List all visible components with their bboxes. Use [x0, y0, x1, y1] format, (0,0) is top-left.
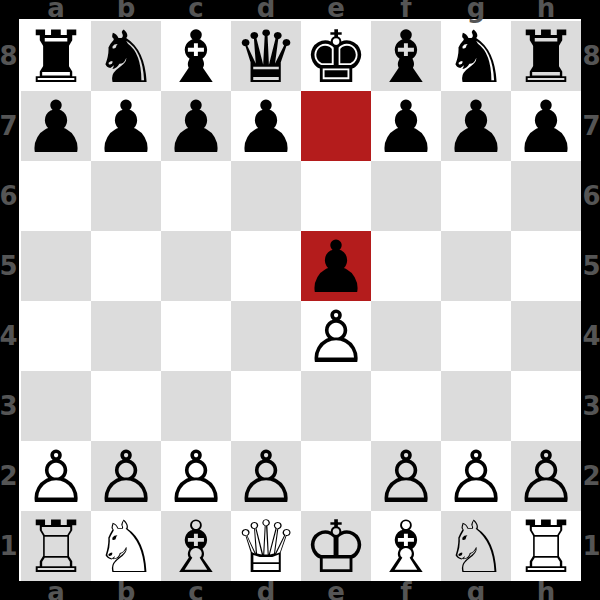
square-e5[interactable]: ♟ [301, 231, 371, 301]
square-a1[interactable]: ♖ [21, 511, 91, 581]
square-g1[interactable]: ♘ [441, 511, 511, 581]
square-c3[interactable] [161, 371, 231, 441]
square-a2[interactable]: ♙ [21, 441, 91, 511]
square-c2[interactable]: ♙ [161, 441, 231, 511]
square-c5[interactable] [161, 231, 231, 301]
square-f6[interactable] [371, 161, 441, 231]
white-pawn-a2[interactable]: ♙ [24, 442, 89, 511]
square-f7[interactable]: ♟ [371, 91, 441, 161]
square-h5[interactable] [511, 231, 581, 301]
square-a4[interactable] [21, 301, 91, 371]
square-e6[interactable] [301, 161, 371, 231]
square-h6[interactable] [511, 161, 581, 231]
square-a3[interactable] [21, 371, 91, 441]
rank-label-7-right: 7 [581, 91, 600, 161]
square-d7[interactable]: ♟ [231, 91, 301, 161]
square-a6[interactable] [21, 161, 91, 231]
square-h7[interactable]: ♟ [511, 91, 581, 161]
square-a5[interactable] [21, 231, 91, 301]
file-label-f-bottom: f [371, 579, 441, 600]
black-bishop-c8[interactable]: ♝ [164, 22, 229, 91]
square-c4[interactable] [161, 301, 231, 371]
square-b8[interactable]: ♞ [91, 21, 161, 91]
square-e8[interactable]: ♚ [301, 21, 371, 91]
square-c8[interactable]: ♝ [161, 21, 231, 91]
white-pawn-e4[interactable]: ♙ [304, 302, 369, 371]
square-e4[interactable]: ♙ [301, 301, 371, 371]
square-d5[interactable] [231, 231, 301, 301]
square-g7[interactable]: ♟ [441, 91, 511, 161]
rank-label-1-left: 1 [0, 511, 19, 581]
square-b3[interactable] [91, 371, 161, 441]
file-label-d-bottom: d [231, 579, 301, 600]
file-label-b-top: b [91, 0, 161, 21]
black-pawn-h7[interactable]: ♟ [514, 92, 579, 161]
black-rook-h8[interactable]: ♜ [514, 22, 579, 91]
black-knight-g8[interactable]: ♞ [444, 22, 509, 91]
file-label-c-bottom: c [161, 579, 231, 600]
rank-label-8-left: 8 [0, 21, 19, 91]
file-label-g-top: g [441, 0, 511, 21]
rank-label-3-left: 3 [0, 371, 19, 441]
square-b2[interactable]: ♙ [91, 441, 161, 511]
black-knight-b8[interactable]: ♞ [94, 22, 159, 91]
square-c7[interactable]: ♟ [161, 91, 231, 161]
white-pawn-b2[interactable]: ♙ [94, 442, 159, 511]
square-h2[interactable]: ♙ [511, 441, 581, 511]
square-d6[interactable] [231, 161, 301, 231]
rank-label-1-right: 1 [581, 511, 600, 581]
square-f8[interactable]: ♝ [371, 21, 441, 91]
square-g3[interactable] [441, 371, 511, 441]
square-d2[interactable]: ♙ [231, 441, 301, 511]
square-e1[interactable]: ♔ [301, 511, 371, 581]
white-pawn-d2[interactable]: ♙ [234, 442, 299, 511]
square-a8[interactable]: ♜ [21, 21, 91, 91]
square-e3[interactable] [301, 371, 371, 441]
black-bishop-f8[interactable]: ♝ [374, 22, 439, 91]
rank-label-5-right: 5 [581, 231, 600, 301]
rank-label-6-right: 6 [581, 161, 600, 231]
square-d3[interactable] [231, 371, 301, 441]
square-a7[interactable]: ♟ [21, 91, 91, 161]
square-h8[interactable]: ♜ [511, 21, 581, 91]
square-f1[interactable]: ♗ [371, 511, 441, 581]
square-f3[interactable] [371, 371, 441, 441]
square-g5[interactable] [441, 231, 511, 301]
rank-label-8-right: 8 [581, 21, 600, 91]
rank-label-6-left: 6 [0, 161, 19, 231]
square-h4[interactable] [511, 301, 581, 371]
white-knight-b1[interactable]: ♘ [94, 512, 159, 581]
black-queen-d8[interactable]: ♛ [234, 22, 299, 91]
square-d4[interactable] [231, 301, 301, 371]
white-queen-d1[interactable]: ♕ [234, 512, 299, 581]
square-f4[interactable] [371, 301, 441, 371]
chess-board: ♜♞♝♛♚♝♞♜♟♟♟♟♟♟♟♟♙♙♙♙♙♙♙♙♖♘♗♕♔♗♘♖ [21, 21, 581, 581]
white-rook-a1[interactable]: ♖ [24, 512, 89, 581]
black-king-e8[interactable]: ♚ [304, 22, 369, 91]
square-e7[interactable] [301, 91, 371, 161]
rank-label-4-right: 4 [581, 301, 600, 371]
square-b5[interactable] [91, 231, 161, 301]
file-label-d-top: d [231, 0, 301, 21]
file-label-a-top: a [21, 0, 91, 21]
square-g6[interactable] [441, 161, 511, 231]
black-pawn-a7[interactable]: ♟ [24, 92, 89, 161]
square-c6[interactable] [161, 161, 231, 231]
square-c1[interactable]: ♗ [161, 511, 231, 581]
file-label-c-top: c [161, 0, 231, 21]
square-b4[interactable] [91, 301, 161, 371]
white-knight-g1[interactable]: ♘ [444, 512, 509, 581]
square-d1[interactable]: ♕ [231, 511, 301, 581]
square-h1[interactable]: ♖ [511, 511, 581, 581]
square-b1[interactable]: ♘ [91, 511, 161, 581]
square-g4[interactable] [441, 301, 511, 371]
file-label-h-top: h [511, 0, 581, 21]
white-pawn-g2[interactable]: ♙ [444, 442, 509, 511]
white-bishop-f1[interactable]: ♗ [374, 512, 439, 581]
file-label-b-bottom: b [91, 579, 161, 600]
white-rook-h1[interactable]: ♖ [514, 512, 579, 581]
square-h3[interactable] [511, 371, 581, 441]
black-pawn-g7[interactable]: ♟ [444, 92, 509, 161]
white-pawn-h2[interactable]: ♙ [514, 442, 579, 511]
white-pawn-c2[interactable]: ♙ [164, 442, 229, 511]
square-f5[interactable] [371, 231, 441, 301]
square-b7[interactable]: ♟ [91, 91, 161, 161]
rank-label-7-left: 7 [0, 91, 19, 161]
file-label-e-top: e [301, 0, 371, 21]
black-pawn-f7[interactable]: ♟ [374, 92, 439, 161]
file-label-f-top: f [371, 0, 441, 21]
black-pawn-b7[interactable]: ♟ [94, 92, 159, 161]
white-king-e1[interactable]: ♔ [304, 512, 369, 581]
rank-label-3-right: 3 [581, 371, 600, 441]
black-pawn-d7[interactable]: ♟ [234, 92, 299, 161]
square-e2[interactable] [301, 441, 371, 511]
black-pawn-e5[interactable]: ♟ [304, 232, 369, 301]
square-f2[interactable]: ♙ [371, 441, 441, 511]
chess-board-frame: ♜♞♝♛♚♝♞♜♟♟♟♟♟♟♟♟♙♙♙♙♙♙♙♙♖♘♗♕♔♗♘♖ aabbccd… [0, 0, 600, 600]
square-b6[interactable] [91, 161, 161, 231]
white-pawn-f2[interactable]: ♙ [374, 442, 439, 511]
rank-label-2-left: 2 [0, 441, 19, 511]
square-d8[interactable]: ♛ [231, 21, 301, 91]
file-label-e-bottom: e [301, 579, 371, 600]
file-label-h-bottom: h [511, 579, 581, 600]
rank-label-2-right: 2 [581, 441, 600, 511]
rank-label-5-left: 5 [0, 231, 19, 301]
white-bishop-c1[interactable]: ♗ [164, 512, 229, 581]
black-pawn-c7[interactable]: ♟ [164, 92, 229, 161]
rank-label-4-left: 4 [0, 301, 19, 371]
file-label-a-bottom: a [21, 579, 91, 600]
black-rook-a8[interactable]: ♜ [24, 22, 89, 91]
square-g2[interactable]: ♙ [441, 441, 511, 511]
file-label-g-bottom: g [441, 579, 511, 600]
square-g8[interactable]: ♞ [441, 21, 511, 91]
